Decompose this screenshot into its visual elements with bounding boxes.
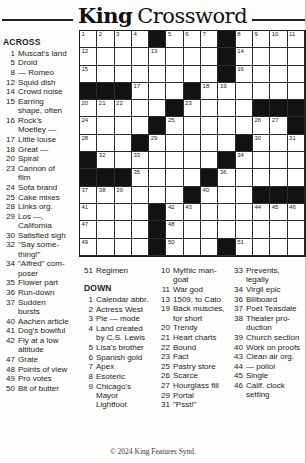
clue-text: Bit of butter bbox=[18, 384, 69, 393]
white-square[interactable] bbox=[288, 152, 305, 169]
white-square[interactable] bbox=[97, 221, 114, 238]
clue-text: Links org. bbox=[18, 202, 69, 211]
clue-num: 10 bbox=[158, 266, 173, 285]
white-square[interactable]: 48 bbox=[166, 221, 183, 238]
clue: 29Los —, California bbox=[3, 212, 80, 231]
white-square[interactable] bbox=[115, 117, 132, 134]
cell-number: 15 bbox=[82, 66, 89, 73]
white-square[interactable] bbox=[115, 204, 132, 221]
white-square[interactable]: 23 bbox=[184, 100, 201, 117]
white-square[interactable] bbox=[270, 48, 287, 65]
clue-column-2: 51Regimen DOWN 1Calendar abbr.2Actress W… bbox=[84, 266, 157, 410]
white-square[interactable] bbox=[270, 239, 287, 256]
cell-number: 46 bbox=[289, 204, 296, 211]
clue-text: Run-down bbox=[18, 288, 69, 297]
cell-number: 8 bbox=[237, 31, 240, 38]
black-square bbox=[288, 100, 305, 117]
clue: 4Land created by C.S. Lewis bbox=[84, 324, 157, 343]
clue: 15Earring shape, often bbox=[3, 97, 80, 116]
clue-text: Fact bbox=[173, 352, 226, 361]
white-square[interactable]: 2 bbox=[97, 31, 114, 48]
clue-text: Droid bbox=[18, 58, 69, 67]
title-word-king: King bbox=[78, 3, 132, 28]
white-square[interactable] bbox=[218, 221, 235, 238]
clue-num: 51 bbox=[84, 266, 96, 275]
clue-text: Flower part bbox=[18, 278, 69, 287]
white-square[interactable]: 18 bbox=[201, 83, 218, 100]
cell-number: 19 bbox=[220, 83, 227, 90]
clue: 44— polloi bbox=[231, 362, 306, 371]
clue-num: 29 bbox=[3, 212, 18, 231]
white-square[interactable] bbox=[184, 66, 201, 83]
white-square[interactable] bbox=[288, 48, 305, 65]
white-square[interactable] bbox=[166, 83, 183, 100]
white-square[interactable] bbox=[184, 117, 201, 134]
clue-num: 15 bbox=[3, 97, 18, 116]
clue-text: Grate bbox=[18, 355, 69, 364]
clue-text: "Say some­thing!" bbox=[18, 240, 69, 259]
white-square[interactable]: 41 bbox=[80, 204, 97, 221]
clue-num: 40 bbox=[3, 317, 18, 326]
white-square[interactable] bbox=[184, 221, 201, 238]
white-square[interactable] bbox=[115, 221, 132, 238]
clue-num: 23 bbox=[3, 164, 18, 183]
white-square[interactable]: 21 bbox=[97, 100, 114, 117]
white-square[interactable] bbox=[288, 169, 305, 186]
white-square[interactable]: 9 bbox=[253, 31, 270, 48]
cell-number: 32 bbox=[99, 152, 106, 159]
white-square[interactable]: 3 bbox=[115, 31, 132, 48]
white-square[interactable]: 27 bbox=[270, 117, 287, 134]
cell-number: 29 bbox=[151, 135, 158, 142]
cell-number: 37 bbox=[82, 187, 89, 194]
clue-num: 26 bbox=[158, 371, 173, 380]
clue: 31"Psst!" bbox=[158, 400, 230, 409]
white-square[interactable] bbox=[97, 48, 114, 65]
clue-text: Rock's Moetley — bbox=[18, 116, 69, 135]
white-square[interactable]: 28 bbox=[80, 135, 97, 152]
white-square[interactable]: 19 bbox=[218, 83, 235, 100]
white-square[interactable]: 8 bbox=[236, 31, 253, 48]
clue-text: Mythic man-goat bbox=[173, 266, 226, 285]
cell-number: 51 bbox=[237, 239, 244, 246]
white-square[interactable]: 29 bbox=[149, 135, 166, 152]
clue-num: 39 bbox=[231, 333, 246, 342]
white-square[interactable] bbox=[201, 100, 218, 117]
black-square bbox=[80, 83, 97, 100]
cell-number: 2 bbox=[99, 31, 102, 38]
clue-text: Satisfied sigh bbox=[18, 231, 69, 240]
clue: 36Run-down bbox=[3, 288, 80, 297]
across-clues-continued: 51Regimen bbox=[84, 266, 157, 275]
white-square[interactable] bbox=[184, 48, 201, 65]
white-square[interactable] bbox=[236, 100, 253, 117]
clue: 20Trendy bbox=[158, 323, 230, 332]
white-square[interactable]: 10 bbox=[270, 31, 287, 48]
clue: 46Calif. clock setting bbox=[231, 381, 306, 400]
white-square[interactable] bbox=[236, 169, 253, 186]
clue-num: 38 bbox=[231, 314, 246, 333]
white-square[interactable]: 22 bbox=[115, 100, 132, 117]
white-square[interactable] bbox=[184, 169, 201, 186]
clue: 131509, to Cato bbox=[158, 295, 230, 304]
white-square[interactable] bbox=[253, 83, 270, 100]
clue-num: 25 bbox=[3, 193, 18, 202]
clue: 23Fact bbox=[158, 352, 230, 361]
white-square[interactable] bbox=[149, 100, 166, 117]
clue-num: 31 bbox=[158, 400, 173, 409]
cell-number: 14 bbox=[237, 48, 244, 55]
white-square[interactable] bbox=[115, 152, 132, 169]
white-square[interactable]: 47 bbox=[80, 221, 97, 238]
white-square[interactable]: 26 bbox=[253, 117, 270, 134]
white-square[interactable] bbox=[270, 152, 287, 169]
clue-text: Church sec­tion bbox=[246, 333, 302, 342]
copyright-line: © 2024 King Features Synd. bbox=[0, 447, 306, 456]
clue-text: Hourglass fill bbox=[173, 381, 226, 390]
cell-number: 4 bbox=[133, 31, 136, 38]
clue-text: Cake mixes bbox=[18, 193, 69, 202]
white-square[interactable] bbox=[149, 83, 166, 100]
clue-text: Dog's bowlful bbox=[18, 326, 69, 335]
white-square[interactable] bbox=[236, 204, 253, 221]
white-square[interactable]: 32 bbox=[97, 152, 114, 169]
cell-number: 3 bbox=[116, 31, 119, 38]
white-square[interactable] bbox=[218, 100, 235, 117]
clue-num: 2 bbox=[84, 305, 96, 314]
cell-number: 20 bbox=[82, 100, 89, 107]
black-square bbox=[149, 117, 166, 134]
white-square[interactable]: 5 bbox=[166, 31, 183, 48]
white-square[interactable] bbox=[236, 83, 253, 100]
white-square[interactable]: 51 bbox=[236, 239, 253, 256]
clue-num: 32 bbox=[3, 240, 18, 259]
white-square[interactable] bbox=[253, 48, 270, 65]
clue-column-4: 33Prevents, legally34Virgil epic36Billbo… bbox=[231, 266, 306, 400]
black-square bbox=[218, 239, 235, 256]
clue-num: 28 bbox=[3, 202, 18, 211]
white-square[interactable] bbox=[166, 187, 183, 204]
clue-num: 11 bbox=[158, 285, 173, 294]
white-square[interactable]: 44 bbox=[253, 204, 270, 221]
white-square[interactable] bbox=[166, 48, 183, 65]
white-square[interactable] bbox=[97, 117, 114, 134]
white-square[interactable]: 16 bbox=[236, 66, 253, 83]
white-square[interactable]: 38 bbox=[97, 187, 114, 204]
clue-num: 5 bbox=[3, 58, 18, 67]
black-square bbox=[270, 187, 287, 204]
black-square bbox=[270, 100, 287, 117]
white-square[interactable] bbox=[97, 66, 114, 83]
white-square[interactable] bbox=[288, 221, 305, 238]
white-square[interactable] bbox=[115, 239, 132, 256]
crossword-page: KingCrossword 12345678910111213141516171… bbox=[0, 0, 306, 463]
white-square[interactable] bbox=[201, 66, 218, 83]
white-square[interactable] bbox=[270, 221, 287, 238]
masthead: KingCrossword bbox=[0, 2, 306, 29]
white-square[interactable] bbox=[149, 66, 166, 83]
white-square[interactable]: 33 bbox=[132, 152, 149, 169]
clue: 30Satisfied sigh bbox=[3, 231, 80, 240]
white-square[interactable] bbox=[132, 204, 149, 221]
clue-text: Bound bbox=[173, 343, 226, 352]
clue-num: 34 bbox=[3, 259, 18, 278]
clue-text: Sofa brand bbox=[18, 183, 69, 192]
cell-number: 30 bbox=[254, 135, 261, 142]
white-square[interactable] bbox=[253, 239, 270, 256]
clue: 37Sudden bursts bbox=[3, 298, 80, 317]
clue: 6Spanish gold bbox=[84, 353, 157, 362]
cell-number: 10 bbox=[272, 31, 279, 38]
clue: 34Virgil epic bbox=[231, 285, 306, 294]
clue: 38Theater pro­duction bbox=[231, 314, 306, 333]
white-square[interactable]: 7 bbox=[201, 31, 218, 48]
white-square[interactable] bbox=[201, 117, 218, 134]
clue: 9Chicago's Mayor Lightfoot bbox=[84, 382, 157, 410]
white-square[interactable]: 50 bbox=[166, 239, 183, 256]
clue: 39Church sec­tion bbox=[231, 333, 306, 342]
white-square[interactable] bbox=[149, 187, 166, 204]
clue-text: Prevents, legally bbox=[246, 266, 302, 285]
clue-num: 20 bbox=[3, 154, 18, 163]
clue-text: Apex bbox=[96, 362, 150, 371]
white-square[interactable] bbox=[132, 117, 149, 134]
black-square bbox=[253, 100, 270, 117]
down-header: DOWN bbox=[84, 284, 157, 293]
clue: 24Sofa brand bbox=[3, 183, 80, 192]
white-square[interactable] bbox=[253, 66, 270, 83]
white-square[interactable] bbox=[115, 66, 132, 83]
white-square[interactable] bbox=[132, 239, 149, 256]
clue: 49Pro votes bbox=[3, 374, 80, 383]
white-square[interactable] bbox=[149, 152, 166, 169]
white-square[interactable] bbox=[218, 204, 235, 221]
clue-text: Spanish gold bbox=[96, 353, 150, 362]
clue-text: "Psst!" bbox=[173, 400, 226, 409]
clue-num: 1 bbox=[3, 49, 18, 58]
white-square[interactable]: 43 bbox=[184, 204, 201, 221]
white-square[interactable]: 40 bbox=[201, 187, 218, 204]
white-square[interactable] bbox=[236, 187, 253, 204]
clue-text: Cannon of film bbox=[18, 164, 69, 183]
clue: 35Flower part bbox=[3, 278, 80, 287]
black-square bbox=[253, 187, 270, 204]
white-square[interactable] bbox=[288, 66, 305, 83]
white-square[interactable] bbox=[236, 221, 253, 238]
clue-num: 24 bbox=[3, 183, 18, 192]
white-square[interactable]: 24 bbox=[80, 117, 97, 134]
white-square[interactable]: 11 bbox=[288, 31, 305, 48]
black-square bbox=[115, 169, 132, 186]
clue: 8— Romeo bbox=[3, 68, 80, 77]
clue-num: 17 bbox=[3, 135, 18, 144]
white-square[interactable]: 12 bbox=[80, 48, 97, 65]
clue: 7Apex bbox=[84, 362, 157, 371]
white-square[interactable] bbox=[115, 48, 132, 65]
clue: 47Grate bbox=[3, 355, 80, 364]
white-square[interactable] bbox=[218, 135, 235, 152]
white-square[interactable]: 39 bbox=[115, 187, 132, 204]
white-square[interactable]: 46 bbox=[288, 204, 305, 221]
white-square[interactable] bbox=[166, 152, 183, 169]
white-square[interactable]: 31 bbox=[288, 135, 305, 152]
clue: 40Aachen arti­cle bbox=[3, 317, 80, 326]
clue-num: 13 bbox=[158, 295, 173, 304]
cell-number: 5 bbox=[168, 31, 171, 38]
white-square[interactable] bbox=[132, 100, 149, 117]
clue-num: 30 bbox=[3, 231, 18, 240]
white-square[interactable]: 15 bbox=[80, 66, 97, 83]
white-square[interactable] bbox=[166, 66, 183, 83]
white-square[interactable]: 37 bbox=[80, 187, 97, 204]
white-square[interactable] bbox=[218, 117, 235, 134]
clue: 34"Alfred" com­poser bbox=[3, 259, 80, 278]
white-square[interactable]: 4 bbox=[132, 31, 149, 48]
clue: 1Muscat's land bbox=[3, 49, 80, 58]
clue-num: 9 bbox=[84, 382, 96, 410]
clue-text: Lisa's brother bbox=[96, 343, 150, 352]
white-square[interactable]: 25 bbox=[166, 117, 183, 134]
white-square[interactable] bbox=[115, 135, 132, 152]
cell-number: 38 bbox=[99, 187, 106, 194]
black-square bbox=[149, 239, 166, 256]
black-square bbox=[149, 31, 166, 48]
white-square[interactable]: 34 bbox=[236, 152, 253, 169]
clue-num: 4 bbox=[84, 324, 96, 343]
white-square[interactable] bbox=[288, 239, 305, 256]
down-clues-col2: 1Calendar abbr.2Actress West3Pie — mode4… bbox=[84, 295, 157, 410]
white-square[interactable] bbox=[253, 221, 270, 238]
clue-text: Great — bbox=[18, 145, 69, 154]
clue: 16Rock's Moetley — bbox=[3, 116, 80, 135]
clue: 25Cake mixes bbox=[3, 193, 80, 202]
white-square[interactable] bbox=[184, 239, 201, 256]
clue-text: Chicago's Mayor Lightfoot bbox=[96, 382, 150, 410]
white-square[interactable] bbox=[201, 135, 218, 152]
clue: 36Billboard bbox=[231, 295, 306, 304]
white-square[interactable] bbox=[218, 187, 235, 204]
white-square[interactable] bbox=[201, 48, 218, 65]
clue-num: 19 bbox=[158, 304, 173, 323]
clue-text: Calendar abbr. bbox=[96, 295, 150, 304]
clue-text: Los —, California bbox=[18, 212, 69, 231]
white-square[interactable] bbox=[132, 66, 149, 83]
clue-num: 35 bbox=[3, 278, 18, 287]
cell-number: 23 bbox=[185, 100, 192, 107]
clue-num: 7 bbox=[84, 362, 96, 371]
clue-text: Regimen bbox=[96, 266, 150, 275]
black-square bbox=[149, 204, 166, 221]
clue-num: 48 bbox=[3, 365, 18, 374]
white-square[interactable]: 20 bbox=[80, 100, 97, 117]
clue-text: Crowd noise bbox=[18, 87, 69, 96]
cell-number: 1 bbox=[82, 31, 85, 38]
white-square[interactable] bbox=[132, 48, 149, 65]
white-square[interactable] bbox=[166, 135, 183, 152]
white-square[interactable]: 30 bbox=[253, 135, 270, 152]
cell-number: 13 bbox=[151, 48, 158, 55]
white-square[interactable]: 45 bbox=[270, 204, 287, 221]
clue: 11War god bbox=[158, 285, 230, 294]
cell-number: 6 bbox=[185, 31, 188, 38]
clue-text: Heart charts bbox=[173, 333, 226, 342]
white-square[interactable] bbox=[184, 152, 201, 169]
white-square[interactable] bbox=[201, 204, 218, 221]
clue: 12Squid dish bbox=[3, 78, 80, 87]
white-square[interactable]: 13 bbox=[149, 48, 166, 65]
clue: 40Work on proofs bbox=[231, 343, 306, 352]
white-square[interactable] bbox=[166, 169, 183, 186]
white-square[interactable] bbox=[270, 169, 287, 186]
white-square[interactable] bbox=[270, 66, 287, 83]
white-square[interactable] bbox=[288, 83, 305, 100]
clue-num: 23 bbox=[158, 352, 173, 361]
cell-number: 28 bbox=[82, 135, 89, 142]
clue: 29Portal bbox=[158, 391, 230, 400]
clue-num: 41 bbox=[3, 326, 18, 335]
white-square[interactable] bbox=[97, 135, 114, 152]
clue-text: War god bbox=[173, 285, 226, 294]
white-square[interactable]: 42 bbox=[166, 204, 183, 221]
cell-number: 25 bbox=[168, 117, 175, 124]
white-square[interactable] bbox=[184, 135, 201, 152]
clue-text: Single bbox=[246, 371, 302, 380]
white-square[interactable] bbox=[132, 221, 149, 238]
white-square[interactable] bbox=[253, 152, 270, 169]
white-square[interactable]: 35 bbox=[132, 169, 149, 186]
white-square[interactable]: 1 bbox=[80, 31, 97, 48]
white-square[interactable]: 14 bbox=[236, 48, 253, 65]
white-square[interactable] bbox=[201, 152, 218, 169]
white-square[interactable]: 36 bbox=[218, 169, 235, 186]
clue-text: Back mus­cles, for short bbox=[173, 304, 226, 323]
across-clue-column: ACROSS 1Muscat's land5Droid8— Romeo12Squ… bbox=[3, 38, 80, 394]
white-square[interactable] bbox=[132, 187, 149, 204]
cell-number: 43 bbox=[185, 204, 192, 211]
title-word-crossword: Crossword bbox=[137, 4, 247, 28]
white-square[interactable] bbox=[201, 221, 218, 238]
white-square[interactable] bbox=[270, 83, 287, 100]
clue: 5Droid bbox=[3, 58, 80, 67]
white-square[interactable]: 6 bbox=[184, 31, 201, 48]
cell-number: 44 bbox=[254, 204, 261, 211]
white-square[interactable] bbox=[97, 239, 114, 256]
clue-text: Actress West bbox=[96, 305, 150, 314]
white-square[interactable] bbox=[149, 169, 166, 186]
white-square[interactable] bbox=[97, 204, 114, 221]
white-square[interactable]: 49 bbox=[80, 239, 97, 256]
clue: 26Scarce bbox=[158, 371, 230, 380]
white-square[interactable] bbox=[253, 169, 270, 186]
white-square[interactable] bbox=[236, 117, 253, 134]
cell-number: 18 bbox=[203, 83, 210, 90]
white-square[interactable] bbox=[201, 239, 218, 256]
clue-text: Calif. clock setting bbox=[246, 381, 302, 400]
cell-number: 47 bbox=[82, 221, 89, 228]
black-square bbox=[184, 187, 201, 204]
clue: 19Back mus­cles, for short bbox=[158, 304, 230, 323]
clue-num: 21 bbox=[158, 333, 173, 342]
clue: 10Mythic man-goat bbox=[158, 266, 230, 285]
cell-number: 24 bbox=[82, 117, 89, 124]
white-square[interactable]: 17 bbox=[132, 83, 149, 100]
across-clues-main: 1Muscat's land5Droid8— Romeo12Squid dish… bbox=[3, 49, 80, 393]
white-square[interactable] bbox=[270, 135, 287, 152]
crossword-grid: 1234567891011121314151617181920212223242… bbox=[79, 30, 306, 257]
clue-text: Pie — mode bbox=[96, 314, 150, 323]
clue-text: Portal bbox=[173, 391, 226, 400]
clue-text: Trendy bbox=[173, 323, 226, 332]
